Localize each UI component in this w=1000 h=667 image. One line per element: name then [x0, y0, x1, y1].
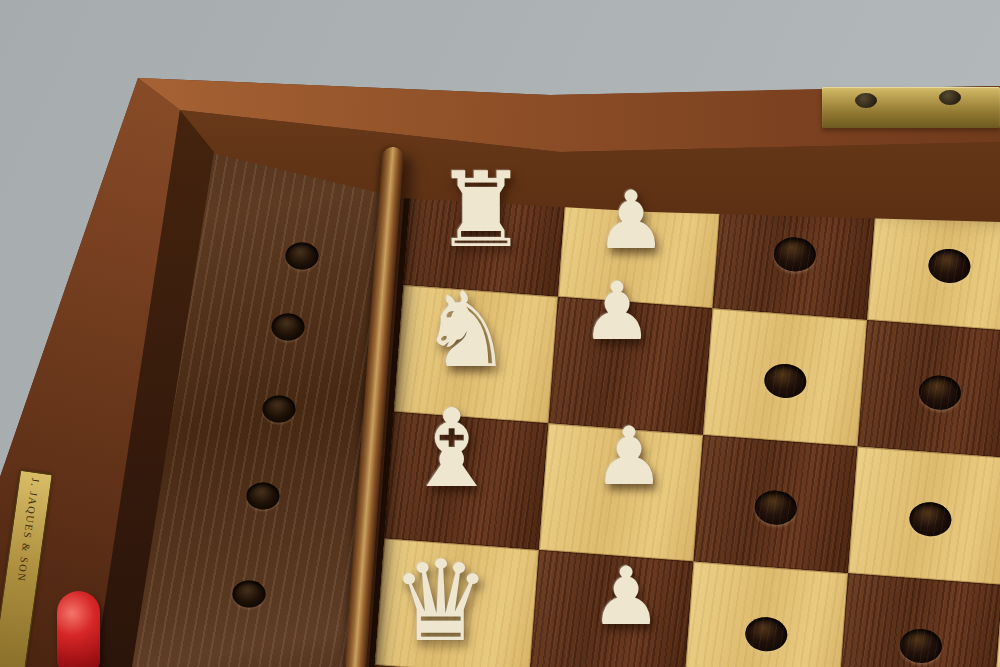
- white-pawn-1[interactable]: ♟: [595, 181, 667, 261]
- pieces-layer: ♜♟♞♟♝♟♛♟: [0, 0, 1000, 667]
- white-pawn-2[interactable]: ♟: [581, 272, 653, 352]
- white-bishop[interactable]: ♝: [404, 395, 501, 503]
- travel-chess-set-photo: J. JAQUES & SON ♜♟♞♟♝♟♛♟: [0, 0, 1000, 667]
- white-pawn-4[interactable]: ♟: [590, 557, 662, 637]
- white-pawn-3[interactable]: ♟: [593, 417, 665, 497]
- white-knight[interactable]: ♞: [419, 278, 512, 382]
- white-queen[interactable]: ♛: [391, 545, 491, 657]
- white-rook[interactable]: ♜: [434, 158, 527, 262]
